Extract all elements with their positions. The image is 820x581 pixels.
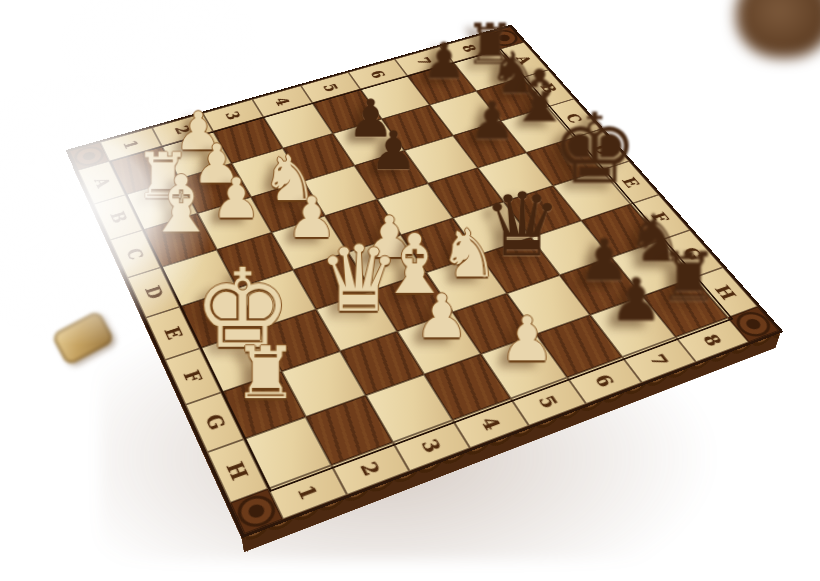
rank-label-text: 3 — [418, 436, 444, 454]
rank-label-text: 6 — [368, 69, 388, 80]
piece-black-pawn-c5[interactable]: ♟ — [336, 124, 451, 178]
rank-label-text: 1 — [294, 482, 321, 502]
file-label-text: D — [141, 284, 165, 301]
rank-label-text: 6 — [592, 372, 618, 389]
rank-label-text: 8 — [700, 332, 725, 348]
rank-label-text: 2 — [357, 459, 384, 478]
blurred-background-piece — [736, 0, 820, 58]
file-label-text: H — [223, 459, 251, 482]
rank-label-text: 4 — [272, 95, 292, 106]
rank-label-text: 5 — [535, 393, 561, 410]
rank-label-text: 7 — [646, 351, 671, 368]
piece-black-pawn-c7[interactable]: ♟ — [436, 95, 548, 147]
piece-white-bishop-c1[interactable]: ♝ — [121, 165, 242, 244]
file-label-text: C — [123, 246, 146, 262]
piece-white-rook-g1[interactable]: ♜ — [198, 337, 333, 409]
piece-white-pawn-h5[interactable]: ♟ — [461, 309, 593, 371]
board-perspective-wrapper: 12345678A♟♟♜AB♜♟♟♞BC♝♟♞♟♟♝CD♟DE♟♚EF♚♛♝♞♛… — [132, 0, 670, 504]
product-photo-scene: 12345678A♟♟♜AB♜♟♟♞BC♝♟♞♟♟♝CD♟DE♟♚EF♚♛♝♞♛… — [0, 0, 820, 581]
rank-label-text: 4 — [478, 414, 504, 432]
file-label-text: G — [201, 412, 228, 432]
rank-label-text: 5 — [320, 82, 340, 93]
